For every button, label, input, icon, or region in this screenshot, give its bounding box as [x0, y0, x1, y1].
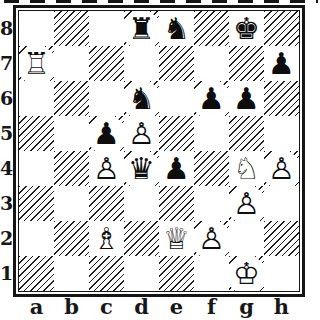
square-e4: ♟ [159, 151, 194, 186]
square-e5 [159, 116, 194, 151]
black-knight-e8: ♞ [159, 11, 194, 46]
square-e3 [159, 186, 194, 221]
white-knight-g4: ♘ [229, 151, 264, 186]
square-e2: ♕ [159, 221, 194, 256]
square-g6: ♟ [229, 81, 264, 116]
rank-label-2: 2 [0, 221, 13, 256]
square-a1 [19, 256, 54, 291]
square-e1 [159, 256, 194, 291]
black-knight-d6: ♞ [124, 81, 159, 116]
square-h6 [264, 81, 299, 116]
square-d7 [124, 46, 159, 81]
black-queen-d4: ♛ [124, 151, 159, 186]
white-queen-e2: ♕ [159, 221, 194, 256]
file-label-d: d [124, 295, 159, 320]
square-g8: ♚ [229, 11, 264, 46]
rank-label-7: 7 [0, 46, 13, 81]
black-pawn-g6: ♟ [229, 81, 264, 116]
square-g7 [229, 46, 264, 81]
white-pawn-g3: ♙ [229, 186, 264, 221]
rank-label-3: 3 [0, 186, 13, 221]
square-e8: ♞ [159, 11, 194, 46]
square-c1 [89, 256, 124, 291]
square-b6 [54, 81, 89, 116]
white-king-g1: ♔ [229, 256, 264, 291]
square-f3 [194, 186, 229, 221]
square-c6 [89, 81, 124, 116]
file-label-g: g [229, 295, 264, 320]
chess-diagram-page: 87654321 ♜♞♚♖♟♞♟♟♟♙♙♛♟♘♙♙♗♕♙♔ abcdefgh [0, 0, 320, 320]
square-d6: ♞ [124, 81, 159, 116]
square-a7: ♖ [19, 46, 54, 81]
square-h8 [264, 11, 299, 46]
square-f4 [194, 151, 229, 186]
square-f1 [194, 256, 229, 291]
square-b5 [54, 116, 89, 151]
square-c7 [89, 46, 124, 81]
square-h5 [264, 116, 299, 151]
white-pawn-d5: ♙ [124, 116, 159, 151]
square-c3 [89, 186, 124, 221]
black-pawn-f6: ♟ [194, 81, 229, 116]
square-f2: ♙ [194, 221, 229, 256]
rank-label-6: 6 [0, 81, 13, 116]
white-pawn-c4: ♙ [89, 151, 124, 186]
square-h3 [264, 186, 299, 221]
square-c2: ♗ [89, 221, 124, 256]
square-f8 [194, 11, 229, 46]
square-a4 [19, 151, 54, 186]
rank-label-4: 4 [0, 151, 13, 186]
rank-label-5: 5 [0, 116, 13, 151]
black-king-g8: ♚ [229, 11, 264, 46]
file-labels: abcdefgh [19, 295, 299, 320]
rank-label-1: 1 [0, 256, 13, 291]
square-a6 [19, 81, 54, 116]
black-pawn-c5: ♟ [89, 116, 124, 151]
square-b3 [54, 186, 89, 221]
file-label-h: h [264, 295, 299, 320]
white-rook-a7: ♖ [19, 46, 54, 81]
file-label-a: a [19, 295, 54, 320]
square-f5 [194, 116, 229, 151]
square-h4: ♙ [264, 151, 299, 186]
square-b2 [54, 221, 89, 256]
square-d5: ♙ [124, 116, 159, 151]
square-d8: ♜ [124, 11, 159, 46]
square-b4 [54, 151, 89, 186]
square-e7 [159, 46, 194, 81]
file-label-f: f [194, 295, 229, 320]
square-a2 [19, 221, 54, 256]
white-bishop-c2: ♗ [89, 221, 124, 256]
square-b7 [54, 46, 89, 81]
rank-labels: 87654321 [0, 11, 13, 291]
square-a3 [19, 186, 54, 221]
chess-board: ♜♞♚♖♟♞♟♟♟♙♙♛♟♘♙♙♗♕♙♔ [18, 10, 300, 292]
square-a8 [19, 11, 54, 46]
white-pawn-h4: ♙ [264, 151, 299, 186]
square-d1 [124, 256, 159, 291]
square-f7 [194, 46, 229, 81]
square-d3 [124, 186, 159, 221]
square-h7: ♟ [264, 46, 299, 81]
square-b1 [54, 256, 89, 291]
square-g3: ♙ [229, 186, 264, 221]
square-d4: ♛ [124, 151, 159, 186]
file-label-b: b [54, 295, 89, 320]
square-f6: ♟ [194, 81, 229, 116]
square-c4: ♙ [89, 151, 124, 186]
square-d2 [124, 221, 159, 256]
file-label-e: e [159, 295, 194, 320]
rank-label-8: 8 [0, 11, 13, 46]
scan-artifact-dashed-line [4, 0, 318, 3]
square-c8 [89, 11, 124, 46]
square-h1 [264, 256, 299, 291]
square-b8 [54, 11, 89, 46]
board-frame: ♜♞♚♖♟♞♟♟♟♙♙♛♟♘♙♙♗♕♙♔ [13, 5, 305, 297]
black-rook-d8: ♜ [124, 11, 159, 46]
white-pawn-f2: ♙ [194, 221, 229, 256]
black-pawn-h7: ♟ [264, 46, 299, 81]
square-g1: ♔ [229, 256, 264, 291]
square-e6 [159, 81, 194, 116]
square-a5 [19, 116, 54, 151]
square-g4: ♘ [229, 151, 264, 186]
square-g5 [229, 116, 264, 151]
file-label-c: c [89, 295, 124, 320]
square-g2 [229, 221, 264, 256]
black-pawn-e4: ♟ [159, 151, 194, 186]
square-c5: ♟ [89, 116, 124, 151]
square-h2 [264, 221, 299, 256]
